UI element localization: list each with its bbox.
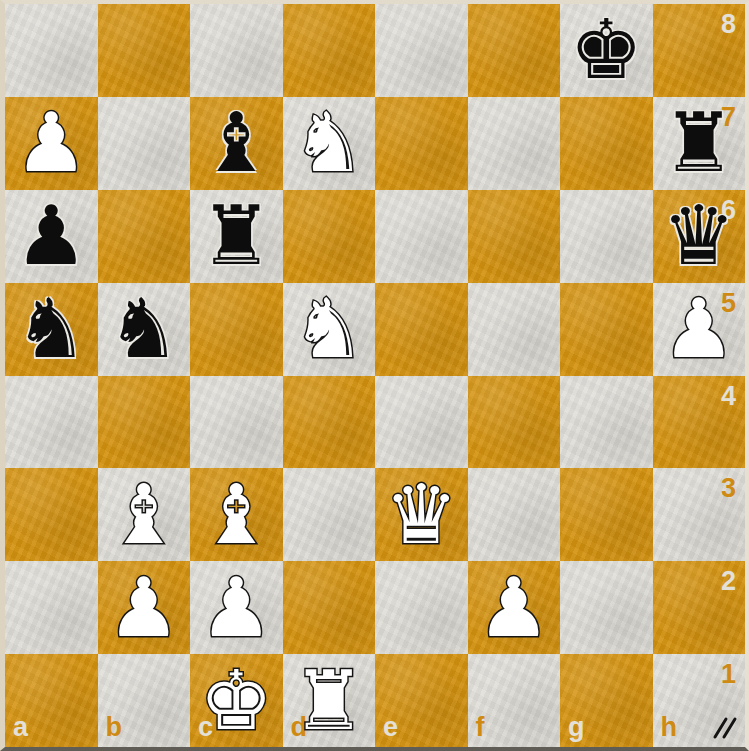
rank-label-8: 8 — [721, 11, 736, 38]
white-queen-e3: ♛ — [384, 469, 458, 561]
file-label-b: b — [106, 714, 123, 741]
black-bishop-c7: ♝ — [199, 97, 273, 189]
square-c7[interactable]: ♝ — [190, 97, 283, 190]
file-label-g: g — [568, 714, 585, 741]
square-b6[interactable] — [98, 190, 191, 283]
square-e3[interactable]: ♛ — [375, 468, 468, 561]
white-bishop-b3: ♝ — [107, 469, 181, 561]
rank-label-2: 2 — [721, 568, 736, 595]
square-h8[interactable]: 8 — [653, 4, 746, 97]
square-a7[interactable]: ♟ — [5, 97, 98, 190]
square-c4[interactable] — [190, 376, 283, 469]
white-pawn-c2: ♟ — [199, 562, 273, 654]
black-knight-b5: ♞ — [107, 283, 181, 375]
square-a6[interactable]: ♟ — [5, 190, 98, 283]
square-e2[interactable] — [375, 561, 468, 654]
square-g8[interactable]: ♚ — [560, 4, 653, 97]
square-f2[interactable]: ♟ — [468, 561, 561, 654]
rank-label-3: 3 — [721, 475, 736, 502]
square-g2[interactable] — [560, 561, 653, 654]
white-knight-d7: ♞ — [292, 97, 366, 189]
black-pawn-a6: ♟ — [14, 190, 88, 282]
square-c6[interactable]: ♜ — [190, 190, 283, 283]
white-pawn-f2: ♟ — [477, 562, 551, 654]
square-g1[interactable]: g — [560, 654, 653, 747]
square-d8[interactable] — [283, 4, 376, 97]
white-pawn-a7: ♟ — [14, 97, 88, 189]
square-g5[interactable] — [560, 283, 653, 376]
square-b7[interactable] — [98, 97, 191, 190]
square-b3[interactable]: ♝ — [98, 468, 191, 561]
square-c3[interactable]: ♝ — [190, 468, 283, 561]
square-b1[interactable]: b — [98, 654, 191, 747]
square-d1[interactable]: d♜ — [283, 654, 376, 747]
square-a2[interactable] — [5, 561, 98, 654]
white-bishop-c3: ♝ — [199, 469, 273, 561]
square-h4[interactable]: 4 — [653, 376, 746, 469]
black-rook-h7: ♜ — [662, 97, 736, 189]
file-label-h: h — [661, 714, 678, 741]
file-label-f: f — [476, 714, 485, 741]
square-d5[interactable]: ♞ — [283, 283, 376, 376]
square-h2[interactable]: 2 — [653, 561, 746, 654]
square-f1[interactable]: f — [468, 654, 561, 747]
black-rook-c6: ♜ — [199, 190, 273, 282]
square-a3[interactable] — [5, 468, 98, 561]
rank-label-4: 4 — [721, 383, 736, 410]
square-e4[interactable] — [375, 376, 468, 469]
square-h3[interactable]: 3 — [653, 468, 746, 561]
square-a4[interactable] — [5, 376, 98, 469]
square-c1[interactable]: c♚ — [190, 654, 283, 747]
square-d4[interactable] — [283, 376, 376, 469]
square-d7[interactable]: ♞ — [283, 97, 376, 190]
file-label-a: a — [13, 714, 28, 741]
white-pawn-b2: ♟ — [107, 562, 181, 654]
file-label-e: e — [383, 714, 398, 741]
square-h7[interactable]: 7♜ — [653, 97, 746, 190]
square-d6[interactable] — [283, 190, 376, 283]
square-f5[interactable] — [468, 283, 561, 376]
square-g3[interactable] — [560, 468, 653, 561]
square-f8[interactable] — [468, 4, 561, 97]
square-h6[interactable]: 6♛ — [653, 190, 746, 283]
square-b5[interactable]: ♞ — [98, 283, 191, 376]
square-e8[interactable] — [375, 4, 468, 97]
square-f6[interactable] — [468, 190, 561, 283]
square-d3[interactable] — [283, 468, 376, 561]
square-g6[interactable] — [560, 190, 653, 283]
black-queen-h6: ♛ — [662, 190, 736, 282]
square-h1[interactable]: 1h — [653, 654, 746, 747]
black-king-g8: ♚ — [569, 4, 643, 96]
square-a8[interactable] — [5, 4, 98, 97]
black-knight-a5: ♞ — [14, 283, 88, 375]
white-rook-d1: ♜ — [292, 655, 366, 747]
square-f4[interactable] — [468, 376, 561, 469]
white-pawn-h5: ♟ — [662, 283, 736, 375]
square-b2[interactable]: ♟ — [98, 561, 191, 654]
square-c5[interactable] — [190, 283, 283, 376]
square-e1[interactable]: e — [375, 654, 468, 747]
square-g7[interactable] — [560, 97, 653, 190]
rank-label-1: 1 — [721, 661, 736, 688]
square-g4[interactable] — [560, 376, 653, 469]
white-king-c1: ♚ — [199, 655, 273, 747]
square-d2[interactable] — [283, 561, 376, 654]
square-e7[interactable] — [375, 97, 468, 190]
square-c8[interactable] — [190, 4, 283, 97]
square-a5[interactable]: ♞ — [5, 283, 98, 376]
square-b8[interactable] — [98, 4, 191, 97]
chess-board: ♚8♟♝♞7♜♟♜6♛♞♞♞5♟4♝♝♛3♟♟♟2abc♚d♜efg1h — [5, 4, 745, 747]
chess-board-frame: ♚8♟♝♞7♜♟♜6♛♞♞♞5♟4♝♝♛3♟♟♟2abc♚d♜efg1h — [0, 0, 749, 751]
square-h5[interactable]: 5♟ — [653, 283, 746, 376]
square-a1[interactable]: a — [5, 654, 98, 747]
square-f3[interactable] — [468, 468, 561, 561]
square-e6[interactable] — [375, 190, 468, 283]
square-e5[interactable] — [375, 283, 468, 376]
square-b4[interactable] — [98, 376, 191, 469]
square-c2[interactable]: ♟ — [190, 561, 283, 654]
white-knight-d5: ♞ — [292, 283, 366, 375]
corner-double-slash-mark — [712, 714, 738, 740]
square-f7[interactable] — [468, 97, 561, 190]
